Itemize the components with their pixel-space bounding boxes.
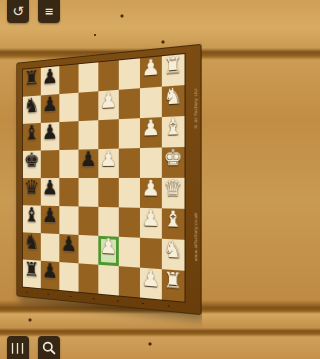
square-b4[interactable]: ♟ [98, 236, 118, 266]
square-h3[interactable] [119, 58, 140, 89]
white-pawn[interactable]: ♟ [100, 90, 118, 112]
black-pawn[interactable]: ♟ [42, 206, 58, 227]
menu-icon: ≡ [44, 6, 53, 17]
square-d7[interactable]: ♟ [41, 178, 60, 206]
square-g8[interactable]: ♞ [23, 95, 41, 123]
chess-board[interactable]: ♜♟♟♜♞♟♟♞♝♟♟♝♚♟♟♚♛♟♟♛♝♟♟♝♞♟♟♞♜♟♟♜ © AI Fa… [16, 44, 201, 315]
square-h6[interactable] [59, 64, 78, 94]
square-a7[interactable]: ♟ [41, 261, 60, 290]
black-rook[interactable]: ♜ [24, 68, 39, 89]
black-king[interactable]: ♚ [24, 151, 39, 171]
square-b8[interactable]: ♞ [23, 232, 41, 260]
black-bishop[interactable]: ♝ [24, 205, 39, 225]
square-d2[interactable]: ♟ [140, 178, 162, 208]
square-e2[interactable] [140, 148, 162, 178]
move-list-bars-icon: ||| [10, 342, 25, 353]
black-knight[interactable]: ♞ [24, 232, 39, 253]
app-screen: { "game": "chess", "position": { "fen": … [0, 0, 202, 359]
square-g5[interactable] [79, 91, 99, 121]
square-e1[interactable]: ♚ [162, 147, 185, 178]
black-pawn[interactable]: ♟ [42, 261, 58, 282]
square-h2[interactable]: ♟ [140, 56, 162, 88]
black-pawn[interactable]: ♟ [42, 178, 58, 198]
magnifier-icon [42, 341, 56, 355]
white-knight[interactable]: ♞ [163, 239, 182, 262]
square-d8[interactable]: ♛ [23, 178, 41, 206]
white-pawn[interactable]: ♟ [142, 117, 161, 140]
square-c1[interactable]: ♝ [162, 208, 185, 239]
square-d4[interactable] [98, 178, 118, 207]
white-bishop[interactable]: ♝ [163, 208, 182, 231]
undo-button[interactable]: ↺ [7, 0, 29, 23]
white-pawn[interactable]: ♟ [142, 268, 161, 291]
magnify-button[interactable] [38, 336, 60, 359]
square-b6[interactable]: ♟ [59, 234, 78, 263]
square-c4[interactable] [98, 207, 118, 237]
square-c5[interactable] [79, 206, 99, 235]
square-f6[interactable] [59, 121, 78, 150]
square-a3[interactable] [119, 266, 140, 297]
board-grid[interactable]: ♜♟♟♜♞♟♟♞♝♟♟♝♚♟♟♚♛♟♟♛♝♟♟♝♞♟♟♞♜♟♟♜ [22, 53, 186, 303]
frame-watermark-text-bottom: www.aifactory.co.uk [194, 212, 198, 261]
white-pawn[interactable]: ♟ [100, 149, 118, 170]
black-bishop[interactable]: ♝ [24, 123, 39, 143]
square-b2[interactable] [140, 238, 162, 269]
menu-button[interactable]: ≡ [38, 0, 60, 23]
square-h7[interactable]: ♟ [41, 66, 60, 95]
white-rook[interactable]: ♜ [163, 269, 182, 293]
square-b7[interactable] [41, 233, 60, 262]
square-a5[interactable] [79, 263, 99, 293]
white-king[interactable]: ♚ [163, 147, 182, 170]
square-g7[interactable]: ♟ [41, 94, 60, 123]
square-a2[interactable]: ♟ [140, 268, 162, 300]
square-h8[interactable]: ♜ [23, 68, 41, 97]
square-d1[interactable]: ♛ [162, 178, 185, 209]
square-a1[interactable]: ♜ [162, 269, 185, 302]
square-e6[interactable] [59, 150, 78, 178]
square-c6[interactable] [59, 206, 78, 235]
square-b5[interactable] [79, 235, 99, 265]
square-f1[interactable]: ♝ [162, 116, 185, 148]
square-b1[interactable]: ♞ [162, 239, 185, 271]
square-h5[interactable] [79, 62, 99, 92]
black-queen[interactable]: ♛ [24, 178, 39, 198]
square-h1[interactable]: ♜ [162, 54, 185, 87]
white-bishop[interactable]: ♝ [163, 116, 182, 139]
white-pawn[interactable]: ♟ [100, 236, 118, 258]
white-queen[interactable]: ♛ [163, 178, 182, 200]
square-b3[interactable] [119, 237, 140, 268]
black-pawn[interactable]: ♟ [42, 122, 58, 143]
white-knight[interactable]: ♞ [163, 85, 182, 108]
square-g2[interactable] [140, 87, 162, 118]
white-pawn[interactable]: ♟ [142, 56, 161, 79]
black-pawn[interactable]: ♟ [80, 149, 97, 170]
square-c7[interactable]: ♟ [41, 206, 60, 234]
square-g3[interactable] [119, 88, 140, 119]
white-pawn[interactable]: ♟ [142, 178, 161, 200]
square-e3[interactable] [119, 148, 140, 178]
square-d3[interactable] [119, 178, 140, 208]
white-pawn[interactable]: ♟ [142, 208, 161, 230]
square-f8[interactable]: ♝ [23, 123, 41, 151]
square-e7[interactable] [41, 150, 60, 178]
black-knight[interactable]: ♞ [24, 96, 39, 117]
square-f3[interactable] [119, 118, 140, 148]
square-a6[interactable] [59, 262, 78, 292]
frame-watermark-text-top: © AI Factory Ltd [194, 88, 198, 130]
square-f4[interactable] [98, 119, 118, 149]
square-g4[interactable]: ♟ [98, 90, 118, 120]
square-c2[interactable]: ♟ [140, 208, 162, 239]
square-g1[interactable]: ♞ [162, 85, 185, 117]
black-pawn[interactable]: ♟ [61, 234, 77, 255]
square-h4[interactable] [98, 60, 118, 91]
undo-icon: ↺ [12, 4, 24, 18]
square-c3[interactable] [119, 207, 140, 237]
black-pawn[interactable]: ♟ [42, 94, 58, 115]
square-e8[interactable]: ♚ [23, 151, 41, 179]
square-d6[interactable] [59, 178, 78, 206]
square-f2[interactable]: ♟ [140, 117, 162, 148]
black-pawn[interactable]: ♟ [42, 66, 58, 87]
square-f7[interactable]: ♟ [41, 122, 60, 150]
square-d5[interactable] [79, 178, 99, 207]
square-f5[interactable] [79, 120, 99, 149]
square-g6[interactable] [59, 93, 78, 122]
square-e5[interactable]: ♟ [79, 149, 99, 178]
white-rook[interactable]: ♜ [163, 54, 182, 78]
square-a4[interactable] [98, 265, 118, 296]
square-a8[interactable]: ♜ [23, 259, 41, 288]
move-list-button[interactable]: ||| [7, 336, 29, 359]
black-rook[interactable]: ♜ [24, 260, 39, 281]
square-e4[interactable]: ♟ [98, 149, 118, 178]
square-c8[interactable]: ♝ [23, 205, 41, 233]
